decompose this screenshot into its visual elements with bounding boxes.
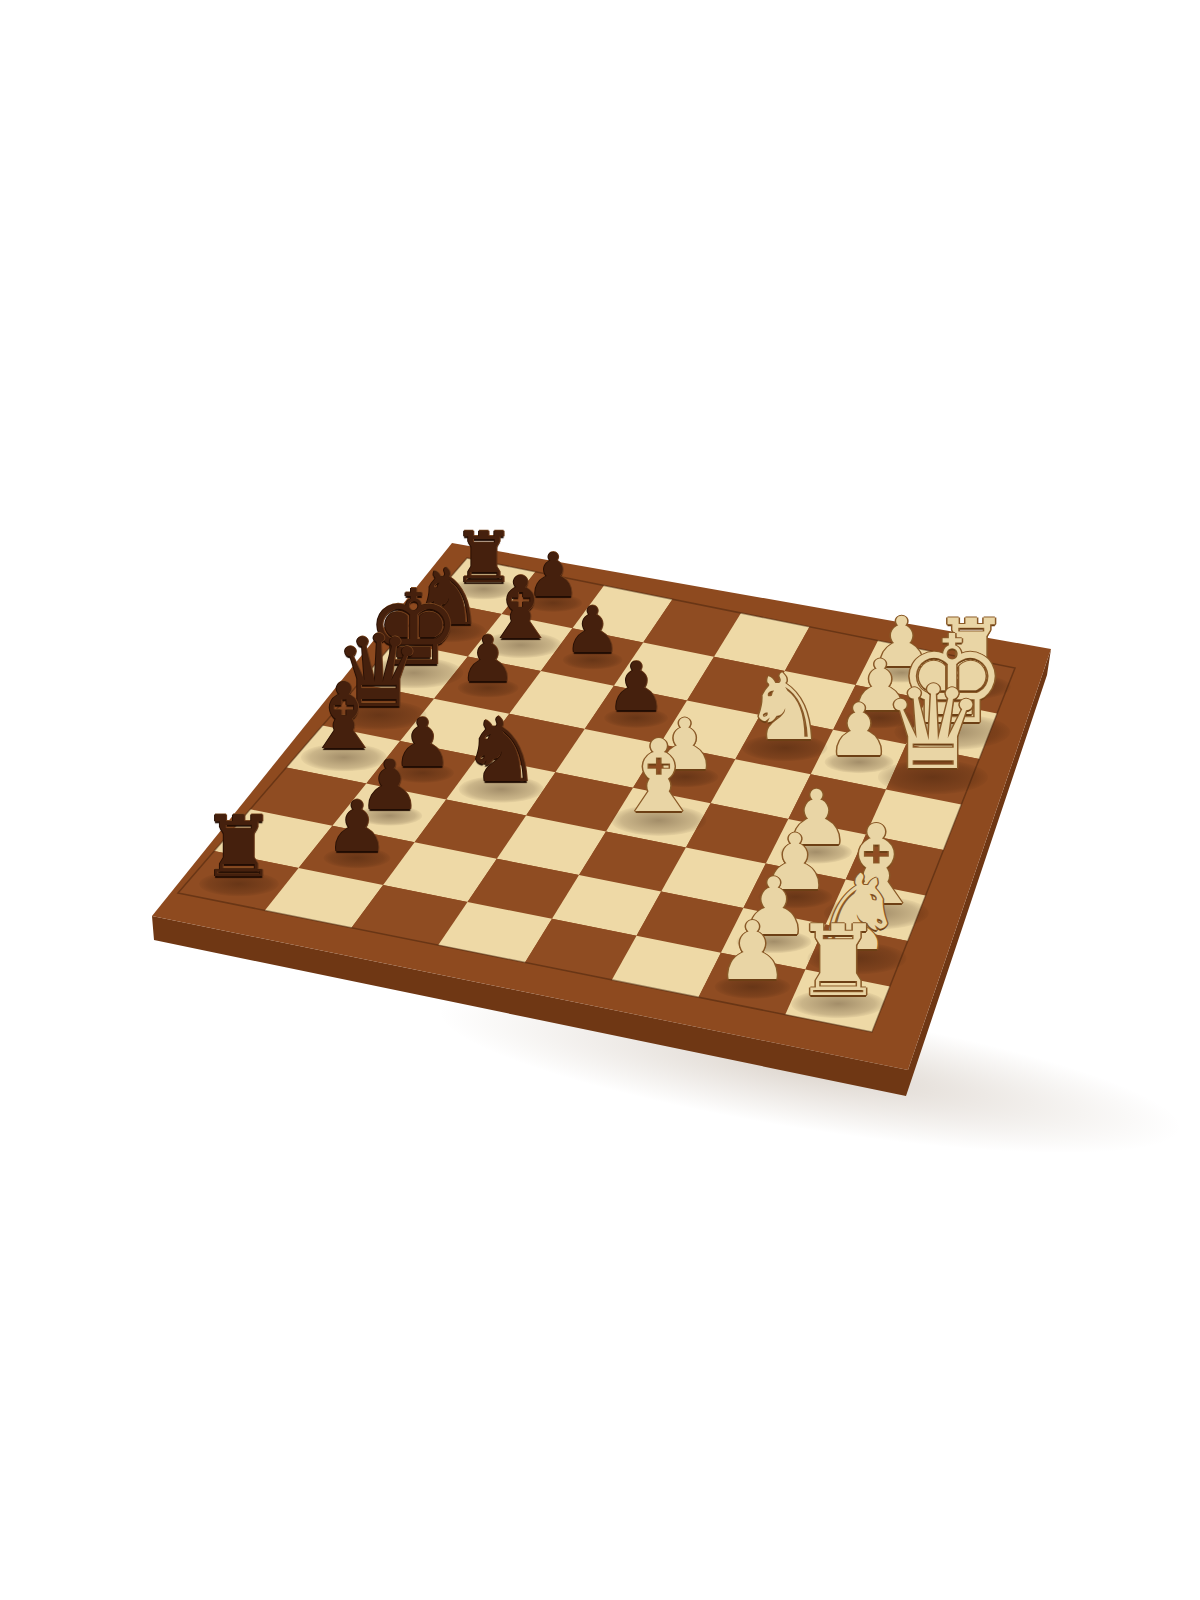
black-pawn-c7[interactable]: ♟ (443, 628, 532, 692)
chess-photo-stage: ♜♟♞♝♟♟♚♜♟♛♟♟♚♞♝♟♟♟♛♞♟♝♟♟♜♟♝♟♞♟♜ (0, 0, 1200, 1600)
black-pawn-g7[interactable]: ♟ (308, 792, 407, 863)
black-knight-e6[interactable]: ♞ (439, 706, 564, 795)
white-queen-c1[interactable]: ♛ (852, 670, 1014, 786)
black-rook-h8[interactable]: ♜ (180, 805, 298, 889)
white-rook-h1[interactable]: ♜ (769, 912, 907, 1011)
white-bishop-e4[interactable]: ♝ (589, 727, 730, 827)
